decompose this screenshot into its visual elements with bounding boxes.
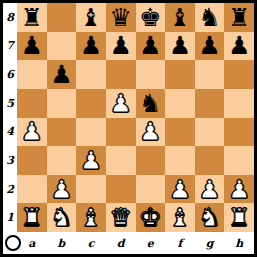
square-f6[interactable] [165, 60, 195, 89]
rank-label-7: 7 [3, 32, 17, 61]
file-label-f: f [165, 232, 195, 254]
file-label-b: b [47, 232, 77, 254]
piece-black-pawn-h7[interactable]: ♟ [228, 33, 250, 58]
rank-label-4: 4 [3, 118, 17, 147]
square-a1[interactable]: ♜ [17, 203, 47, 232]
piece-black-pawn-g7[interactable]: ♟ [198, 33, 220, 58]
piece-white-pawn-e4[interactable]: ♟ [139, 119, 161, 144]
square-d2[interactable] [106, 175, 136, 204]
square-a3[interactable] [17, 146, 47, 175]
square-c4[interactable] [76, 118, 106, 147]
square-c8[interactable]: ♝ [76, 3, 106, 32]
square-g7[interactable]: ♟ [195, 32, 225, 61]
square-h5[interactable] [224, 89, 254, 118]
rank-label-3: 3 [3, 146, 17, 175]
square-d8[interactable]: ♛ [106, 3, 136, 32]
square-e3[interactable] [136, 146, 166, 175]
file-label-c: c [76, 232, 106, 254]
square-d6[interactable] [106, 60, 136, 89]
square-h8[interactable]: ♜ [224, 3, 254, 32]
piece-black-bishop-c8[interactable]: ♝ [80, 5, 102, 30]
piece-black-king-e8[interactable]: ♚ [139, 5, 161, 30]
square-c1[interactable]: ♝ [76, 203, 106, 232]
square-a8[interactable]: ♜ [17, 3, 47, 32]
piece-white-knight-g1[interactable]: ♞ [198, 205, 220, 230]
white-to-move-indicator [5, 235, 21, 251]
piece-white-bishop-f1[interactable]: ♝ [169, 205, 191, 230]
file-label-d: d [106, 232, 136, 254]
square-f4[interactable] [165, 118, 195, 147]
square-g6[interactable] [195, 60, 225, 89]
square-g2[interactable]: ♟ [195, 175, 225, 204]
square-d1[interactable]: ♛ [106, 203, 136, 232]
piece-black-bishop-f8[interactable]: ♝ [169, 5, 191, 30]
board: ♜♝♛♚♝♞♜♟♟♟♟♟♟♟♟♟♞♟♟♟♟♟♟♟♜♞♝♛♚♝♞♜ [17, 3, 254, 232]
square-h4[interactable] [224, 118, 254, 147]
piece-white-pawn-c3[interactable]: ♟ [80, 148, 102, 173]
file-label-g: g [195, 232, 225, 254]
square-c7[interactable]: ♟ [76, 32, 106, 61]
square-b4[interactable] [47, 118, 77, 147]
square-a2[interactable] [17, 175, 47, 204]
piece-black-pawn-f7[interactable]: ♟ [169, 33, 191, 58]
square-c5[interactable] [76, 89, 106, 118]
square-e2[interactable] [136, 175, 166, 204]
piece-white-pawn-f2[interactable]: ♟ [169, 177, 191, 202]
square-b5[interactable] [47, 89, 77, 118]
square-d4[interactable] [106, 118, 136, 147]
square-c2[interactable] [76, 175, 106, 204]
square-f3[interactable] [165, 146, 195, 175]
square-a6[interactable] [17, 60, 47, 89]
piece-black-pawn-e7[interactable]: ♟ [139, 33, 161, 58]
square-g5[interactable] [195, 89, 225, 118]
square-e7[interactable]: ♟ [136, 32, 166, 61]
square-d7[interactable]: ♟ [106, 32, 136, 61]
square-h3[interactable] [224, 146, 254, 175]
square-g1[interactable]: ♞ [195, 203, 225, 232]
file-label-h: h [224, 232, 254, 254]
rank-label-5: 5 [3, 89, 17, 118]
piece-white-queen-d1[interactable]: ♛ [109, 205, 131, 230]
piece-black-pawn-b6[interactable]: ♟ [50, 62, 72, 87]
square-g3[interactable] [195, 146, 225, 175]
square-e1[interactable]: ♚ [136, 203, 166, 232]
rank-label-6: 6 [3, 60, 17, 89]
file-labels: abcdefgh [17, 232, 254, 254]
piece-white-king-e1[interactable]: ♚ [139, 205, 161, 230]
square-f2[interactable]: ♟ [165, 175, 195, 204]
piece-white-pawn-d5[interactable]: ♟ [109, 91, 131, 116]
square-a7[interactable]: ♟ [17, 32, 47, 61]
chess-diagram: 87654321 ♜♝♛♚♝♞♜♟♟♟♟♟♟♟♟♟♞♟♟♟♟♟♟♟♜♞♝♛♚♝♞… [0, 0, 257, 257]
square-g8[interactable]: ♞ [195, 3, 225, 32]
square-g4[interactable] [195, 118, 225, 147]
piece-white-pawn-h2[interactable]: ♟ [228, 177, 250, 202]
piece-black-rook-a8[interactable]: ♜ [21, 5, 43, 30]
file-label-a: a [17, 232, 47, 254]
piece-white-bishop-c1[interactable]: ♝ [80, 205, 102, 230]
square-h6[interactable] [224, 60, 254, 89]
square-a5[interactable] [17, 89, 47, 118]
piece-black-queen-d8[interactable]: ♛ [109, 5, 131, 30]
piece-black-knight-e5[interactable]: ♞ [139, 91, 161, 116]
square-d3[interactable] [106, 146, 136, 175]
square-c6[interactable] [76, 60, 106, 89]
square-b6[interactable]: ♟ [47, 60, 77, 89]
file-label-e: e [136, 232, 166, 254]
square-b2[interactable]: ♟ [47, 175, 77, 204]
square-b8[interactable] [47, 3, 77, 32]
square-d5[interactable]: ♟ [106, 89, 136, 118]
rank-label-8: 8 [3, 3, 17, 32]
square-b3[interactable] [47, 146, 77, 175]
square-b7[interactable] [47, 32, 77, 61]
square-f7[interactable]: ♟ [165, 32, 195, 61]
piece-white-pawn-b2[interactable]: ♟ [50, 177, 72, 202]
square-f1[interactable]: ♝ [165, 203, 195, 232]
square-h7[interactable]: ♟ [224, 32, 254, 61]
square-b1[interactable]: ♞ [47, 203, 77, 232]
piece-white-knight-b1[interactable]: ♞ [50, 205, 72, 230]
square-a4[interactable]: ♟ [17, 118, 47, 147]
piece-black-pawn-c7[interactable]: ♟ [80, 33, 102, 58]
square-f8[interactable]: ♝ [165, 3, 195, 32]
square-h2[interactable]: ♟ [224, 175, 254, 204]
square-e6[interactable] [136, 60, 166, 89]
piece-white-pawn-g2[interactable]: ♟ [198, 177, 220, 202]
square-f5[interactable] [165, 89, 195, 118]
rank-label-2: 2 [3, 175, 17, 204]
rank-label-1: 1 [3, 203, 17, 232]
square-e8[interactable]: ♚ [136, 3, 166, 32]
piece-black-pawn-d7[interactable]: ♟ [109, 33, 131, 58]
piece-black-pawn-a7[interactable]: ♟ [21, 33, 43, 58]
square-e5[interactable]: ♞ [136, 89, 166, 118]
rank-labels: 87654321 [3, 3, 17, 232]
square-e4[interactable]: ♟ [136, 118, 166, 147]
piece-black-rook-h8[interactable]: ♜ [228, 5, 250, 30]
piece-white-rook-a1[interactable]: ♜ [21, 205, 43, 230]
square-c3[interactable]: ♟ [76, 146, 106, 175]
square-h1[interactable]: ♜ [224, 203, 254, 232]
piece-black-knight-g8[interactable]: ♞ [198, 5, 220, 30]
piece-white-rook-h1[interactable]: ♜ [228, 205, 250, 230]
piece-white-pawn-a4[interactable]: ♟ [21, 119, 43, 144]
